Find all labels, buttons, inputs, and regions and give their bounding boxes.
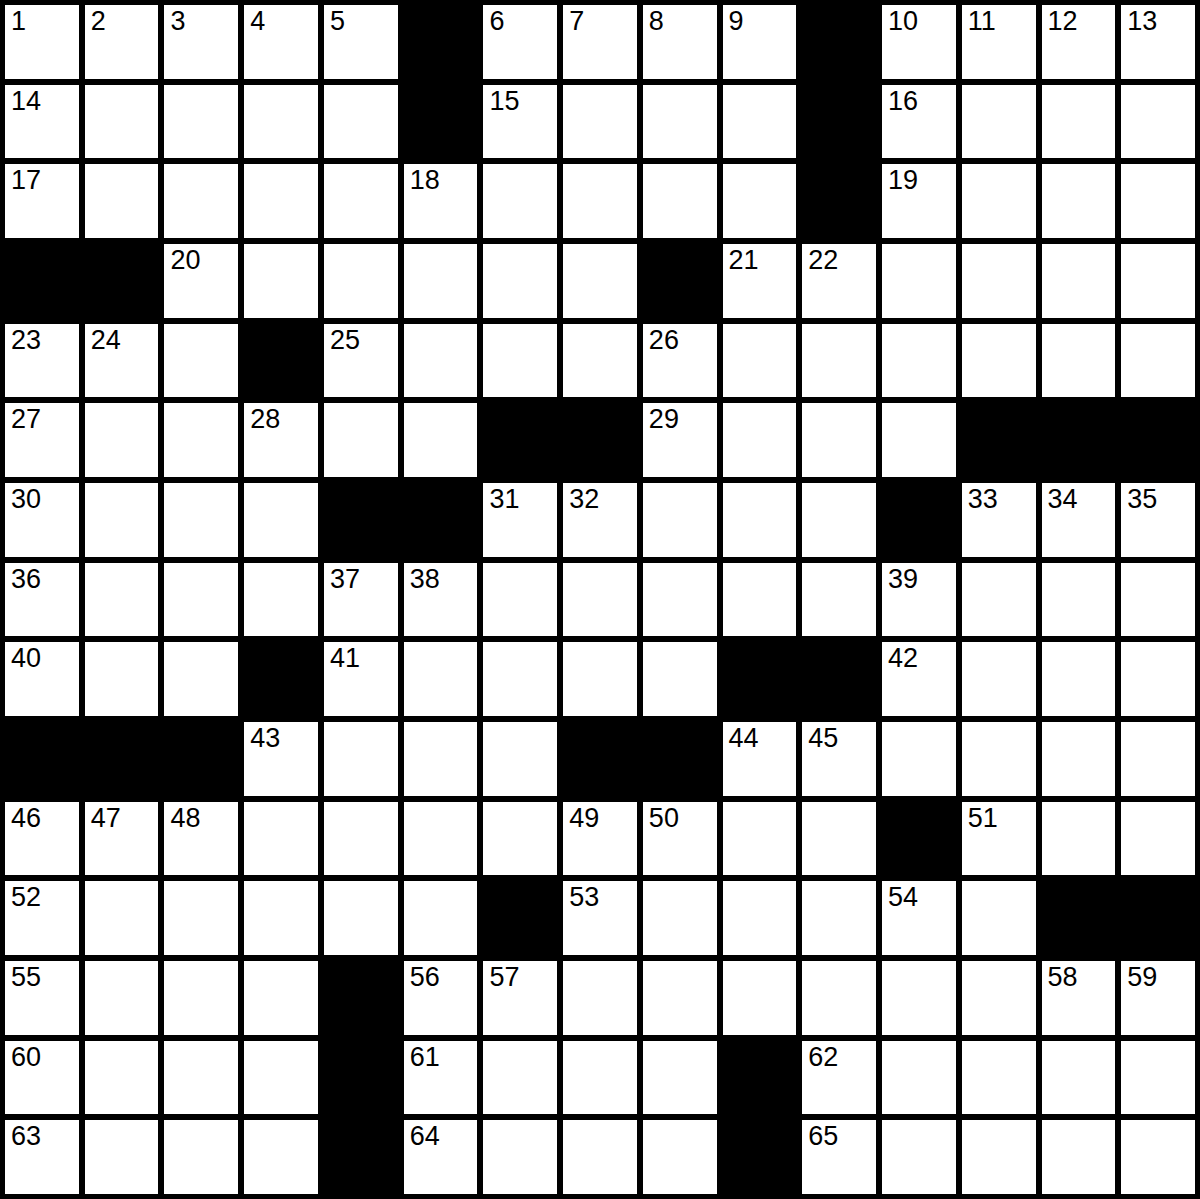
white-cell[interactable]	[244, 164, 318, 238]
black-cell	[1042, 403, 1116, 477]
white-cell[interactable]	[882, 1041, 956, 1115]
clue-number: 60	[11, 1043, 41, 1073]
black-cell	[164, 722, 238, 796]
black-cell	[404, 483, 478, 557]
white-cell[interactable]	[723, 881, 797, 955]
white-cell[interactable]	[643, 1041, 717, 1115]
white-cell[interactable]	[244, 85, 318, 159]
white-cell[interactable]	[164, 324, 238, 398]
clue-number: 41	[330, 644, 360, 674]
black-cell	[723, 1120, 797, 1194]
clue-number: 31	[489, 485, 519, 515]
white-cell[interactable]: 47	[85, 802, 159, 876]
white-cell[interactable]	[483, 802, 557, 876]
white-cell[interactable]: 34	[1042, 483, 1116, 557]
white-cell[interactable]	[1042, 164, 1116, 238]
black-cell	[1121, 881, 1195, 955]
white-cell[interactable]: 17	[5, 164, 79, 238]
white-cell[interactable]	[1121, 563, 1195, 637]
white-cell[interactable]	[483, 324, 557, 398]
white-cell[interactable]	[1121, 324, 1195, 398]
black-cell	[404, 85, 478, 159]
white-cell[interactable]	[244, 1120, 318, 1194]
white-cell[interactable]	[164, 164, 238, 238]
white-cell[interactable]	[723, 563, 797, 637]
white-cell[interactable]	[1042, 244, 1116, 318]
black-cell	[723, 642, 797, 716]
white-cell[interactable]: 31	[483, 483, 557, 557]
white-cell[interactable]	[723, 324, 797, 398]
clue-number: 26	[649, 326, 679, 356]
clue-number: 38	[410, 565, 440, 595]
white-cell[interactable]	[404, 244, 478, 318]
white-cell[interactable]	[1042, 85, 1116, 159]
black-cell	[563, 403, 637, 477]
black-cell	[483, 403, 557, 477]
white-cell[interactable]	[962, 722, 1036, 796]
white-cell[interactable]	[244, 1041, 318, 1115]
white-cell[interactable]	[643, 164, 717, 238]
white-cell[interactable]: 33	[962, 483, 1036, 557]
white-cell[interactable]: 57	[483, 961, 557, 1035]
black-cell	[1042, 881, 1116, 955]
white-cell[interactable]: 41	[324, 642, 398, 716]
white-cell[interactable]	[244, 961, 318, 1035]
clue-number: 5	[330, 7, 345, 37]
white-cell[interactable]: 35	[1121, 483, 1195, 557]
white-cell[interactable]	[1121, 85, 1195, 159]
white-cell[interactable]: 12	[1042, 5, 1116, 79]
white-cell[interactable]	[723, 164, 797, 238]
white-cell[interactable]	[563, 324, 637, 398]
white-cell[interactable]	[723, 483, 797, 557]
white-cell[interactable]: 45	[802, 722, 876, 796]
white-cell[interactable]	[85, 642, 159, 716]
white-cell[interactable]	[563, 1041, 637, 1115]
white-cell[interactable]	[962, 642, 1036, 716]
white-cell[interactable]	[1121, 1120, 1195, 1194]
white-cell[interactable]	[244, 881, 318, 955]
black-cell	[324, 961, 398, 1035]
clue-number: 29	[649, 405, 679, 435]
white-cell[interactable]: 36	[5, 563, 79, 637]
clue-number: 58	[1048, 963, 1078, 993]
white-cell[interactable]	[324, 802, 398, 876]
white-cell[interactable]	[563, 85, 637, 159]
white-cell[interactable]	[483, 1120, 557, 1194]
black-cell	[5, 722, 79, 796]
clue-number: 10	[888, 7, 918, 37]
white-cell[interactable]: 50	[643, 802, 717, 876]
clue-number: 50	[649, 804, 679, 834]
white-cell[interactable]	[1042, 722, 1116, 796]
clue-number: 32	[569, 485, 599, 515]
clue-number: 49	[569, 804, 599, 834]
white-cell[interactable]: 22	[802, 244, 876, 318]
clue-number: 52	[11, 883, 41, 913]
clue-number: 40	[11, 644, 41, 674]
white-cell[interactable]: 19	[882, 164, 956, 238]
clue-number: 16	[888, 87, 918, 117]
white-cell[interactable]	[324, 85, 398, 159]
white-cell[interactable]	[85, 403, 159, 477]
white-cell[interactable]	[882, 403, 956, 477]
white-cell[interactable]	[164, 642, 238, 716]
white-cell[interactable]: 20	[164, 244, 238, 318]
white-cell[interactable]	[85, 483, 159, 557]
white-cell[interactable]: 2	[85, 5, 159, 79]
white-cell[interactable]	[164, 881, 238, 955]
white-cell[interactable]: 14	[5, 85, 79, 159]
white-cell[interactable]: 40	[5, 642, 79, 716]
white-cell[interactable]	[483, 1041, 557, 1115]
clue-number: 54	[888, 883, 918, 913]
black-cell	[802, 85, 876, 159]
white-cell[interactable]	[962, 244, 1036, 318]
white-cell[interactable]	[962, 881, 1036, 955]
white-cell[interactable]	[404, 642, 478, 716]
clue-number: 19	[888, 166, 918, 196]
clue-number: 63	[11, 1122, 41, 1152]
white-cell[interactable]: 26	[643, 324, 717, 398]
clue-number: 6	[489, 7, 504, 37]
white-cell[interactable]	[244, 563, 318, 637]
white-cell[interactable]	[483, 642, 557, 716]
clue-number: 17	[11, 166, 41, 196]
white-cell[interactable]: 52	[5, 881, 79, 955]
white-cell[interactable]	[962, 961, 1036, 1035]
white-cell[interactable]	[483, 244, 557, 318]
white-cell[interactable]	[802, 802, 876, 876]
black-cell	[882, 483, 956, 557]
clue-number: 9	[729, 7, 744, 37]
white-cell[interactable]	[643, 85, 717, 159]
white-cell[interactable]	[85, 881, 159, 955]
clue-number: 7	[569, 7, 584, 37]
white-cell[interactable]: 4	[244, 5, 318, 79]
black-cell	[324, 1120, 398, 1194]
white-cell[interactable]	[962, 1041, 1036, 1115]
clue-number: 51	[968, 804, 998, 834]
white-cell[interactable]	[404, 802, 478, 876]
black-cell	[85, 722, 159, 796]
clue-number: 59	[1127, 963, 1157, 993]
white-cell[interactable]	[643, 483, 717, 557]
white-cell[interactable]	[324, 881, 398, 955]
white-cell[interactable]	[882, 1120, 956, 1194]
white-cell[interactable]: 30	[5, 483, 79, 557]
white-cell[interactable]	[1121, 722, 1195, 796]
white-cell[interactable]: 51	[962, 802, 1036, 876]
white-cell[interactable]	[1121, 802, 1195, 876]
white-cell[interactable]: 61	[404, 1041, 478, 1115]
clue-number: 42	[888, 644, 918, 674]
clue-number: 33	[968, 485, 998, 515]
clue-number: 4	[250, 7, 265, 37]
white-cell[interactable]	[483, 164, 557, 238]
white-cell[interactable]: 1	[5, 5, 79, 79]
white-cell[interactable]: 6	[483, 5, 557, 79]
white-cell[interactable]: 44	[723, 722, 797, 796]
white-cell[interactable]: 29	[643, 403, 717, 477]
white-cell[interactable]	[164, 1041, 238, 1115]
white-cell[interactable]	[563, 164, 637, 238]
white-cell[interactable]	[164, 961, 238, 1035]
white-cell[interactable]	[404, 403, 478, 477]
white-cell[interactable]	[1121, 1041, 1195, 1115]
white-cell[interactable]: 24	[85, 324, 159, 398]
clue-number: 53	[569, 883, 599, 913]
white-cell[interactable]: 37	[324, 563, 398, 637]
clue-number: 39	[888, 565, 918, 595]
white-cell[interactable]: 13	[1121, 5, 1195, 79]
black-cell	[324, 1041, 398, 1115]
white-cell[interactable]	[1042, 563, 1116, 637]
clue-number: 28	[250, 405, 280, 435]
white-cell[interactable]	[1042, 802, 1116, 876]
white-cell[interactable]	[1042, 642, 1116, 716]
white-cell[interactable]	[1121, 244, 1195, 318]
white-cell[interactable]: 39	[882, 563, 956, 637]
white-cell[interactable]	[164, 483, 238, 557]
clue-number: 45	[808, 724, 838, 754]
clue-number: 62	[808, 1043, 838, 1073]
clue-number: 47	[91, 804, 121, 834]
white-cell[interactable]: 42	[882, 642, 956, 716]
white-cell[interactable]: 56	[404, 961, 478, 1035]
white-cell[interactable]	[802, 961, 876, 1035]
white-cell[interactable]	[563, 1120, 637, 1194]
white-cell[interactable]: 53	[563, 881, 637, 955]
white-cell[interactable]	[802, 881, 876, 955]
white-cell[interactable]	[962, 324, 1036, 398]
white-cell[interactable]	[723, 802, 797, 876]
white-cell[interactable]	[962, 563, 1036, 637]
clue-number: 24	[91, 326, 121, 356]
white-cell[interactable]: 10	[882, 5, 956, 79]
white-cell[interactable]	[643, 961, 717, 1035]
white-cell[interactable]	[85, 1120, 159, 1194]
white-cell[interactable]: 23	[5, 324, 79, 398]
white-cell[interactable]	[85, 961, 159, 1035]
clue-number: 20	[170, 246, 200, 276]
clue-number: 18	[410, 166, 440, 196]
white-cell[interactable]	[723, 403, 797, 477]
white-cell[interactable]	[1042, 324, 1116, 398]
clue-number: 11	[968, 7, 996, 37]
clue-number: 22	[808, 246, 838, 276]
white-cell[interactable]	[882, 244, 956, 318]
white-cell[interactable]: 28	[244, 403, 318, 477]
crossword-grid: 1234567891011121314151617181920212223242…	[0, 0, 1200, 1199]
white-cell[interactable]: 58	[1042, 961, 1116, 1035]
white-cell[interactable]: 25	[324, 324, 398, 398]
clue-number: 55	[11, 963, 41, 993]
clue-number: 30	[11, 485, 41, 515]
clue-number: 36	[11, 565, 41, 595]
clue-number: 56	[410, 963, 440, 993]
white-cell[interactable]	[563, 244, 637, 318]
white-cell[interactable]	[882, 961, 956, 1035]
white-cell[interactable]: 65	[802, 1120, 876, 1194]
white-cell[interactable]	[802, 483, 876, 557]
clue-number: 37	[330, 565, 360, 595]
clue-number: 25	[330, 326, 360, 356]
white-cell[interactable]	[802, 324, 876, 398]
white-cell[interactable]	[962, 1120, 1036, 1194]
white-cell[interactable]	[164, 403, 238, 477]
clue-number: 48	[170, 804, 200, 834]
clue-number: 23	[11, 326, 41, 356]
white-cell[interactable]: 18	[404, 164, 478, 238]
clue-number: 65	[808, 1122, 838, 1152]
white-cell[interactable]: 60	[5, 1041, 79, 1115]
black-cell	[802, 164, 876, 238]
white-cell[interactable]	[1121, 164, 1195, 238]
white-cell[interactable]	[164, 563, 238, 637]
black-cell	[962, 403, 1036, 477]
black-cell	[1121, 403, 1195, 477]
black-cell	[404, 5, 478, 79]
white-cell[interactable]	[324, 722, 398, 796]
white-cell[interactable]	[404, 881, 478, 955]
black-cell	[85, 244, 159, 318]
white-cell[interactable]: 11	[962, 5, 1036, 79]
clue-number: 3	[170, 7, 185, 37]
white-cell[interactable]	[483, 722, 557, 796]
white-cell[interactable]: 15	[483, 85, 557, 159]
black-cell	[483, 881, 557, 955]
clue-number: 14	[11, 87, 41, 117]
white-cell[interactable]	[404, 722, 478, 796]
white-cell[interactable]	[244, 244, 318, 318]
white-cell[interactable]	[802, 563, 876, 637]
white-cell[interactable]	[1042, 1120, 1116, 1194]
clue-number: 43	[250, 724, 280, 754]
black-cell	[643, 244, 717, 318]
white-cell[interactable]	[563, 642, 637, 716]
black-cell	[244, 324, 318, 398]
white-cell[interactable]: 38	[404, 563, 478, 637]
clue-number: 44	[729, 724, 759, 754]
white-cell[interactable]	[324, 244, 398, 318]
white-cell[interactable]	[324, 403, 398, 477]
clue-number: 1	[11, 7, 26, 37]
white-cell[interactable]	[1042, 1041, 1116, 1115]
clue-number: 61	[410, 1043, 440, 1073]
white-cell[interactable]	[563, 563, 637, 637]
clue-number: 15	[489, 87, 519, 117]
white-cell[interactable]	[962, 85, 1036, 159]
white-cell[interactable]	[85, 563, 159, 637]
clue-number: 8	[649, 7, 664, 37]
white-cell[interactable]: 32	[563, 483, 637, 557]
white-cell[interactable]	[85, 85, 159, 159]
white-cell[interactable]	[643, 563, 717, 637]
black-cell	[882, 802, 956, 876]
white-cell[interactable]: 5	[324, 5, 398, 79]
black-cell	[5, 244, 79, 318]
clue-number: 34	[1048, 485, 1078, 515]
black-cell	[643, 722, 717, 796]
white-cell[interactable]	[483, 563, 557, 637]
white-cell[interactable]	[802, 403, 876, 477]
white-cell[interactable]	[643, 881, 717, 955]
white-cell[interactable]	[164, 85, 238, 159]
clue-number: 57	[489, 963, 519, 993]
clue-number: 13	[1127, 7, 1157, 37]
white-cell[interactable]: 54	[882, 881, 956, 955]
white-cell[interactable]	[723, 85, 797, 159]
white-cell[interactable]	[404, 324, 478, 398]
white-cell[interactable]	[643, 642, 717, 716]
black-cell	[802, 642, 876, 716]
white-cell[interactable]: 8	[643, 5, 717, 79]
white-cell[interactable]: 43	[244, 722, 318, 796]
white-cell[interactable]	[1121, 642, 1195, 716]
white-cell[interactable]: 49	[563, 802, 637, 876]
white-cell[interactable]	[324, 164, 398, 238]
white-cell[interactable]	[244, 802, 318, 876]
white-cell[interactable]	[643, 1120, 717, 1194]
clue-number: 35	[1127, 485, 1157, 515]
clue-number: 21	[729, 246, 759, 276]
white-cell[interactable]: 55	[5, 961, 79, 1035]
white-cell[interactable]: 7	[563, 5, 637, 79]
white-cell[interactable]	[882, 324, 956, 398]
black-cell	[324, 483, 398, 557]
white-cell[interactable]	[85, 164, 159, 238]
white-cell[interactable]	[164, 1120, 238, 1194]
white-cell[interactable]: 46	[5, 802, 79, 876]
clue-number: 12	[1048, 7, 1078, 37]
white-cell[interactable]: 62	[802, 1041, 876, 1115]
white-cell[interactable]: 16	[882, 85, 956, 159]
white-cell[interactable]	[962, 164, 1036, 238]
white-cell[interactable]: 21	[723, 244, 797, 318]
white-cell[interactable]	[244, 483, 318, 557]
clue-number: 46	[11, 804, 41, 834]
white-cell[interactable]: 64	[404, 1120, 478, 1194]
black-cell	[563, 722, 637, 796]
clue-number: 2	[91, 7, 106, 37]
white-cell[interactable]: 27	[5, 403, 79, 477]
white-cell[interactable]	[563, 961, 637, 1035]
white-cell[interactable]	[85, 1041, 159, 1115]
white-cell[interactable]: 48	[164, 802, 238, 876]
clue-number: 27	[11, 405, 41, 435]
white-cell[interactable]: 3	[164, 5, 238, 79]
clue-number: 64	[410, 1122, 440, 1152]
black-cell	[244, 642, 318, 716]
white-cell[interactable]: 9	[723, 5, 797, 79]
white-cell[interactable]: 63	[5, 1120, 79, 1194]
white-cell[interactable]	[882, 722, 956, 796]
black-cell	[802, 5, 876, 79]
white-cell[interactable]	[723, 961, 797, 1035]
black-cell	[723, 1041, 797, 1115]
white-cell[interactable]: 59	[1121, 961, 1195, 1035]
